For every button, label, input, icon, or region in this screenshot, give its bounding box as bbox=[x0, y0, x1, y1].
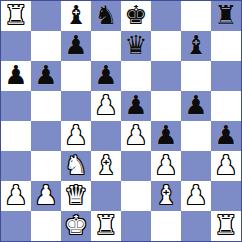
square-b4[interactable] bbox=[31, 121, 61, 151]
square-h2[interactable] bbox=[211, 181, 241, 211]
black-pawn-g5[interactable]: ♟ bbox=[184, 92, 207, 118]
square-b3[interactable] bbox=[31, 151, 61, 181]
square-e4[interactable]: ♟ bbox=[121, 121, 151, 151]
square-g8[interactable] bbox=[181, 1, 211, 31]
square-g2[interactable]: ♟ bbox=[181, 181, 211, 211]
square-d3[interactable]: ♝ bbox=[91, 151, 121, 181]
black-pawn-e5[interactable]: ♟ bbox=[124, 92, 147, 118]
square-h7[interactable] bbox=[211, 31, 241, 61]
black-pawn-a6[interactable]: ♟ bbox=[4, 62, 27, 88]
square-g7[interactable]: ♝ bbox=[181, 31, 211, 61]
square-a8[interactable]: ♜ bbox=[1, 1, 31, 31]
square-d8[interactable]: ♞ bbox=[91, 1, 121, 31]
square-e8[interactable]: ♚ bbox=[121, 1, 151, 31]
square-a7[interactable] bbox=[1, 31, 31, 61]
square-c3[interactable]: ♞ bbox=[61, 151, 91, 181]
square-f3[interactable]: ♟ bbox=[151, 151, 181, 181]
square-f4[interactable]: ♟ bbox=[151, 121, 181, 151]
square-h4[interactable]: ♟ bbox=[211, 121, 241, 151]
white-pawn-b2[interactable]: ♟ bbox=[34, 182, 57, 208]
square-a2[interactable]: ♟ bbox=[1, 181, 31, 211]
chess-board: ♜♝♞♚♜♟♛♝♟♟♟♟♟♟♟♟♟♟♞♝♟♟♟♟♛♝♟♚♜♜ bbox=[0, 0, 242, 242]
black-queen-e7[interactable]: ♛ bbox=[124, 32, 147, 58]
square-b8[interactable] bbox=[31, 1, 61, 31]
square-f5[interactable] bbox=[151, 91, 181, 121]
white-bishop-d3[interactable]: ♝ bbox=[94, 152, 117, 178]
square-e5[interactable]: ♟ bbox=[121, 91, 151, 121]
square-g4[interactable] bbox=[181, 121, 211, 151]
black-pawn-h4[interactable]: ♟ bbox=[214, 122, 237, 148]
square-h3[interactable]: ♟ bbox=[211, 151, 241, 181]
white-rook-d1[interactable]: ♜ bbox=[94, 212, 117, 238]
white-rook-a8[interactable]: ♜ bbox=[4, 2, 27, 28]
square-c7[interactable]: ♟ bbox=[61, 31, 91, 61]
black-king-e8[interactable]: ♚ bbox=[124, 2, 147, 28]
white-knight-c3[interactable]: ♞ bbox=[64, 152, 87, 178]
square-g6[interactable] bbox=[181, 61, 211, 91]
black-bishop-g7[interactable]: ♝ bbox=[184, 32, 207, 58]
square-b2[interactable]: ♟ bbox=[31, 181, 61, 211]
square-h1[interactable]: ♜ bbox=[211, 211, 241, 241]
square-e3[interactable] bbox=[121, 151, 151, 181]
square-f8[interactable] bbox=[151, 1, 181, 31]
square-d7[interactable] bbox=[91, 31, 121, 61]
square-b7[interactable] bbox=[31, 31, 61, 61]
square-b5[interactable] bbox=[31, 91, 61, 121]
square-b1[interactable] bbox=[31, 211, 61, 241]
black-pawn-c7[interactable]: ♟ bbox=[64, 32, 87, 58]
black-pawn-f4[interactable]: ♟ bbox=[154, 122, 177, 148]
square-c2[interactable]: ♛ bbox=[61, 181, 91, 211]
square-b6[interactable]: ♟ bbox=[31, 61, 61, 91]
black-rook-h8[interactable]: ♜ bbox=[214, 2, 237, 28]
square-a3[interactable] bbox=[1, 151, 31, 181]
black-knight-d8[interactable]: ♞ bbox=[94, 2, 117, 28]
white-pawn-d5[interactable]: ♟ bbox=[94, 92, 117, 118]
white-pawn-e4[interactable]: ♟ bbox=[124, 122, 147, 148]
square-c8[interactable]: ♝ bbox=[61, 1, 91, 31]
square-f1[interactable] bbox=[151, 211, 181, 241]
square-c6[interactable] bbox=[61, 61, 91, 91]
square-c5[interactable] bbox=[61, 91, 91, 121]
white-rook-h1[interactable]: ♜ bbox=[214, 212, 237, 238]
square-f6[interactable] bbox=[151, 61, 181, 91]
square-e2[interactable] bbox=[121, 181, 151, 211]
square-a4[interactable] bbox=[1, 121, 31, 151]
square-h6[interactable] bbox=[211, 61, 241, 91]
square-d2[interactable] bbox=[91, 181, 121, 211]
square-a5[interactable] bbox=[1, 91, 31, 121]
black-pawn-b6[interactable]: ♟ bbox=[34, 62, 57, 88]
square-f7[interactable] bbox=[151, 31, 181, 61]
white-pawn-g2[interactable]: ♟ bbox=[184, 182, 207, 208]
black-pawn-d6[interactable]: ♟ bbox=[94, 62, 117, 88]
square-e6[interactable] bbox=[121, 61, 151, 91]
square-d1[interactable]: ♜ bbox=[91, 211, 121, 241]
white-pawn-f3[interactable]: ♟ bbox=[154, 152, 177, 178]
square-h8[interactable]: ♜ bbox=[211, 1, 241, 31]
square-d6[interactable]: ♟ bbox=[91, 61, 121, 91]
square-a6[interactable]: ♟ bbox=[1, 61, 31, 91]
square-d4[interactable] bbox=[91, 121, 121, 151]
square-d5[interactable]: ♟ bbox=[91, 91, 121, 121]
square-f2[interactable]: ♝ bbox=[151, 181, 181, 211]
white-king-c1[interactable]: ♚ bbox=[64, 212, 87, 238]
square-g1[interactable] bbox=[181, 211, 211, 241]
white-pawn-c4[interactable]: ♟ bbox=[64, 122, 87, 148]
black-bishop-c8[interactable]: ♝ bbox=[64, 2, 87, 28]
square-c1[interactable]: ♚ bbox=[61, 211, 91, 241]
square-e7[interactable]: ♛ bbox=[121, 31, 151, 61]
square-g3[interactable] bbox=[181, 151, 211, 181]
white-queen-c2[interactable]: ♛ bbox=[64, 182, 87, 208]
square-h5[interactable] bbox=[211, 91, 241, 121]
square-g5[interactable]: ♟ bbox=[181, 91, 211, 121]
square-c4[interactable]: ♟ bbox=[61, 121, 91, 151]
square-a1[interactable] bbox=[1, 211, 31, 241]
square-e1[interactable] bbox=[121, 211, 151, 241]
white-pawn-a2[interactable]: ♟ bbox=[4, 182, 27, 208]
white-pawn-h3[interactable]: ♟ bbox=[214, 152, 237, 178]
white-bishop-f2[interactable]: ♝ bbox=[154, 182, 177, 208]
